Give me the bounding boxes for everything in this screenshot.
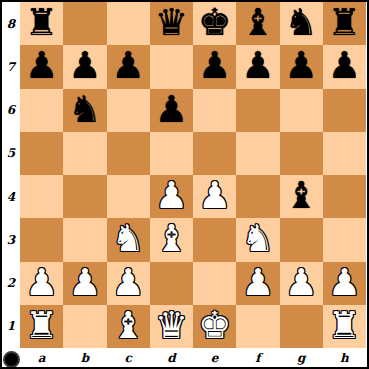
- piece-black-pawn[interactable]: ♟: [285, 47, 318, 84]
- square-e5[interactable]: [193, 132, 236, 175]
- square-a3[interactable]: [20, 218, 63, 261]
- square-f3[interactable]: ♞: [236, 218, 279, 261]
- piece-black-knight[interactable]: ♞: [68, 91, 101, 128]
- rank-label-4: 4: [2, 175, 20, 218]
- square-g1[interactable]: [280, 305, 323, 348]
- square-c4[interactable]: [107, 175, 150, 218]
- rank-label-5: 5: [2, 132, 20, 175]
- piece-black-pawn[interactable]: ♟: [198, 47, 231, 84]
- board[interactable]: ♜♛♚♝♞♜♟♟♟♟♟♟♟♞♟♟♟♝♞♝♞♟♟♟♟♟♟♜♝♛♚♜: [20, 2, 366, 348]
- piece-white-pawn[interactable]: ♟: [198, 177, 231, 214]
- chess-diagram: 87654321 ♜♛♚♝♞♜♟♟♟♟♟♟♟♞♟♟♟♝♞♝♞♟♟♟♟♟♟♜♝♛♚…: [0, 0, 369, 369]
- piece-white-queen[interactable]: ♛: [155, 307, 188, 344]
- square-g6[interactable]: [280, 89, 323, 132]
- rank-label-6: 6: [2, 89, 20, 132]
- square-d7[interactable]: [150, 45, 193, 88]
- square-f1[interactable]: [236, 305, 279, 348]
- rank-label-3: 3: [2, 218, 20, 261]
- piece-black-knight[interactable]: ♞: [285, 4, 318, 41]
- piece-white-pawn[interactable]: ♟: [241, 264, 274, 301]
- square-a6[interactable]: [20, 89, 63, 132]
- square-c1[interactable]: ♝: [107, 305, 150, 348]
- square-d3[interactable]: ♝: [150, 218, 193, 261]
- piece-black-bishop[interactable]: ♝: [241, 4, 274, 41]
- square-d8[interactable]: ♛: [150, 2, 193, 45]
- square-a5[interactable]: [20, 132, 63, 175]
- file-label-b: b: [63, 348, 106, 367]
- square-a2[interactable]: ♟: [20, 262, 63, 305]
- black-to-move-indicator: [3, 351, 20, 368]
- square-e8[interactable]: ♚: [193, 2, 236, 45]
- square-a4[interactable]: [20, 175, 63, 218]
- square-e6[interactable]: [193, 89, 236, 132]
- square-g8[interactable]: ♞: [280, 2, 323, 45]
- square-g3[interactable]: [280, 218, 323, 261]
- piece-black-rook[interactable]: ♜: [25, 4, 58, 41]
- square-f7[interactable]: ♟: [236, 45, 279, 88]
- file-label-a: a: [20, 348, 63, 367]
- square-g4[interactable]: ♝: [280, 175, 323, 218]
- piece-white-pawn[interactable]: ♟: [68, 264, 101, 301]
- square-h6[interactable]: [323, 89, 366, 132]
- square-b7[interactable]: ♟: [63, 45, 106, 88]
- square-h8[interactable]: ♜: [323, 2, 366, 45]
- square-f4[interactable]: [236, 175, 279, 218]
- square-c5[interactable]: [107, 132, 150, 175]
- file-label-g: g: [280, 348, 323, 367]
- piece-white-knight[interactable]: ♞: [241, 220, 274, 257]
- piece-white-pawn[interactable]: ♟: [155, 177, 188, 214]
- file-label-c: c: [107, 348, 150, 367]
- piece-black-bishop[interactable]: ♝: [285, 177, 318, 214]
- square-c8[interactable]: [107, 2, 150, 45]
- file-label-f: f: [236, 348, 279, 367]
- square-e4[interactable]: ♟: [193, 175, 236, 218]
- piece-black-pawn[interactable]: ♟: [25, 47, 58, 84]
- square-b2[interactable]: ♟: [63, 262, 106, 305]
- square-a8[interactable]: ♜: [20, 2, 63, 45]
- square-b3[interactable]: [63, 218, 106, 261]
- square-f8[interactable]: ♝: [236, 2, 279, 45]
- square-e2[interactable]: [193, 262, 236, 305]
- square-f6[interactable]: [236, 89, 279, 132]
- square-c6[interactable]: [107, 89, 150, 132]
- square-g2[interactable]: ♟: [280, 262, 323, 305]
- file-label-h: h: [323, 348, 366, 367]
- piece-black-pawn[interactable]: ♟: [328, 47, 361, 84]
- piece-black-pawn[interactable]: ♟: [68, 47, 101, 84]
- square-d2[interactable]: [150, 262, 193, 305]
- square-c2[interactable]: ♟: [107, 262, 150, 305]
- piece-black-pawn[interactable]: ♟: [155, 91, 188, 128]
- file-label-d: d: [150, 348, 193, 367]
- square-d1[interactable]: ♛: [150, 305, 193, 348]
- square-g7[interactable]: ♟: [280, 45, 323, 88]
- square-e1[interactable]: ♚: [193, 305, 236, 348]
- square-b5[interactable]: [63, 132, 106, 175]
- piece-white-knight[interactable]: ♞: [112, 220, 145, 257]
- square-d6[interactable]: ♟: [150, 89, 193, 132]
- square-g5[interactable]: [280, 132, 323, 175]
- square-d5[interactable]: [150, 132, 193, 175]
- piece-black-queen[interactable]: ♛: [155, 4, 188, 41]
- piece-black-rook[interactable]: ♜: [328, 4, 361, 41]
- piece-white-pawn[interactable]: ♟: [328, 264, 361, 301]
- square-e7[interactable]: ♟: [193, 45, 236, 88]
- piece-white-pawn[interactable]: ♟: [285, 264, 318, 301]
- square-h2[interactable]: ♟: [323, 262, 366, 305]
- file-labels: abcdefgh: [20, 348, 366, 367]
- square-c3[interactable]: ♞: [107, 218, 150, 261]
- rank-label-7: 7: [2, 45, 20, 88]
- square-b1[interactable]: [63, 305, 106, 348]
- square-h5[interactable]: [323, 132, 366, 175]
- piece-white-pawn[interactable]: ♟: [112, 264, 145, 301]
- square-h1[interactable]: ♜: [323, 305, 366, 348]
- piece-black-pawn[interactable]: ♟: [241, 47, 274, 84]
- square-b8[interactable]: [63, 2, 106, 45]
- piece-black-king[interactable]: ♚: [198, 4, 231, 41]
- square-h3[interactable]: [323, 218, 366, 261]
- piece-white-pawn[interactable]: ♟: [25, 264, 58, 301]
- piece-black-pawn[interactable]: ♟: [112, 47, 145, 84]
- square-b6[interactable]: ♞: [63, 89, 106, 132]
- square-a1[interactable]: ♜: [20, 305, 63, 348]
- file-label-e: e: [193, 348, 236, 367]
- piece-white-rook[interactable]: ♜: [25, 307, 58, 344]
- rank-labels: 87654321: [2, 2, 20, 348]
- rank-label-1: 1: [2, 305, 20, 348]
- square-f5[interactable]: [236, 132, 279, 175]
- square-a7[interactable]: ♟: [20, 45, 63, 88]
- piece-white-rook[interactable]: ♜: [328, 307, 361, 344]
- piece-white-bishop[interactable]: ♝: [155, 220, 188, 257]
- piece-white-king[interactable]: ♚: [198, 307, 231, 344]
- piece-white-bishop[interactable]: ♝: [112, 307, 145, 344]
- square-b4[interactable]: [63, 175, 106, 218]
- square-e3[interactable]: [193, 218, 236, 261]
- square-h7[interactable]: ♟: [323, 45, 366, 88]
- square-c7[interactable]: ♟: [107, 45, 150, 88]
- square-d4[interactable]: ♟: [150, 175, 193, 218]
- rank-label-8: 8: [2, 2, 20, 45]
- square-f2[interactable]: ♟: [236, 262, 279, 305]
- rank-label-2: 2: [2, 262, 20, 305]
- square-h4[interactable]: [323, 175, 366, 218]
